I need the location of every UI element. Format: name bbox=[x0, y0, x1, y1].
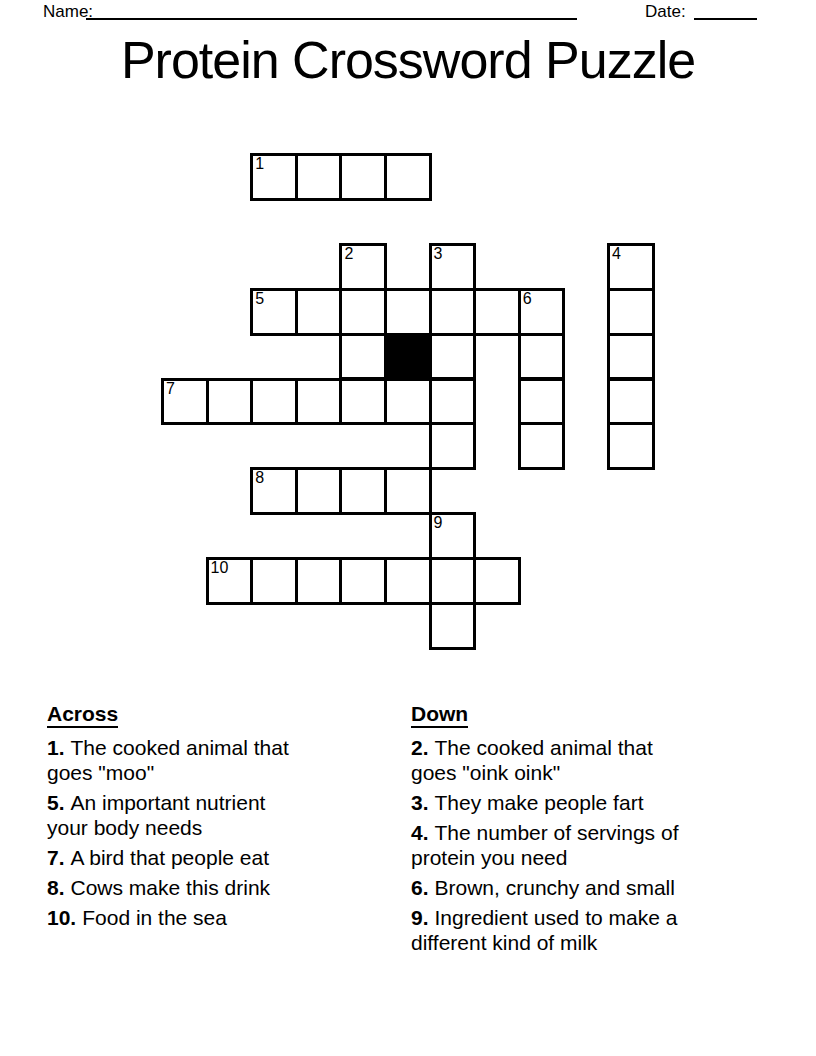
grid-cell[interactable]: 10 bbox=[206, 557, 254, 605]
down-heading: Down bbox=[411, 701, 791, 728]
cell-number: 6 bbox=[523, 290, 532, 308]
cell-number: 5 bbox=[255, 290, 264, 308]
clue-7-across: 7.A bird that people eat bbox=[47, 845, 387, 870]
grid-cell[interactable] bbox=[384, 557, 432, 605]
clue-5-across: 5.An important nutrient your body needs bbox=[47, 790, 387, 840]
across-heading: Across bbox=[47, 701, 387, 728]
clue-text: Cows make this drink bbox=[71, 876, 271, 899]
grid-cell[interactable] bbox=[607, 288, 655, 336]
cell-number: 7 bbox=[166, 380, 175, 398]
grid-cell[interactable] bbox=[339, 378, 387, 426]
grid-cell[interactable]: 2 bbox=[339, 243, 387, 291]
clue-4-down: 4.The number of servings of protein you … bbox=[411, 820, 791, 870]
grid-cell[interactable]: 7 bbox=[161, 378, 209, 426]
grid-cell[interactable] bbox=[607, 422, 655, 470]
grid-cell[interactable]: 8 bbox=[250, 467, 298, 515]
grid-cell[interactable] bbox=[607, 378, 655, 426]
grid-cell[interactable]: 5 bbox=[250, 288, 298, 336]
grid-cell[interactable]: 1 bbox=[250, 153, 298, 201]
grid-cell[interactable] bbox=[429, 557, 477, 605]
cell-number: 3 bbox=[434, 245, 443, 263]
grid-cell[interactable] bbox=[518, 378, 566, 426]
grid-cell[interactable] bbox=[339, 557, 387, 605]
grid-cell[interactable] bbox=[473, 288, 521, 336]
grid-cell[interactable] bbox=[607, 333, 655, 381]
clue-number: 2. bbox=[411, 736, 429, 759]
grid-cell[interactable] bbox=[518, 333, 566, 381]
grid-cell-black bbox=[384, 333, 432, 381]
grid-cell[interactable]: 6 bbox=[518, 288, 566, 336]
clue-10-across: 10.Food in the sea bbox=[47, 905, 387, 930]
cell-number: 8 bbox=[255, 469, 264, 487]
clue-text: Food in the sea bbox=[82, 906, 227, 929]
clue-text: An important nutrient your body needs bbox=[47, 791, 265, 839]
clue-text: Brown, crunchy and small bbox=[435, 876, 675, 899]
grid-cell[interactable] bbox=[429, 288, 477, 336]
grid-cell[interactable]: 9 bbox=[429, 512, 477, 560]
grid-cell[interactable] bbox=[473, 557, 521, 605]
clue-text: The number of servings of protein you ne… bbox=[411, 821, 678, 869]
grid-cell[interactable] bbox=[295, 288, 343, 336]
grid-cell[interactable] bbox=[339, 467, 387, 515]
worksheet-page: Name: Date: Protein Crossword Puzzle 123… bbox=[0, 0, 816, 1056]
clue-number: 3. bbox=[411, 791, 429, 814]
clue-number: 7. bbox=[47, 846, 65, 869]
clue-number: 8. bbox=[47, 876, 65, 899]
clue-text: The cooked animal that goes "moo" bbox=[47, 736, 289, 784]
grid-cell[interactable] bbox=[339, 288, 387, 336]
clue-2-down: 2.The cooked animal that goes "oink oink… bbox=[411, 735, 791, 785]
cell-number: 2 bbox=[344, 245, 353, 263]
clue-1-across: 1.The cooked animal that goes "moo" bbox=[47, 735, 387, 785]
down-clues: Down 2.The cooked animal that goes "oink… bbox=[411, 701, 791, 960]
clue-number: 4. bbox=[411, 821, 429, 844]
grid-cell[interactable] bbox=[250, 557, 298, 605]
clue-text: They make people fart bbox=[435, 791, 644, 814]
cell-number: 9 bbox=[434, 514, 443, 532]
grid-cell[interactable] bbox=[429, 602, 477, 650]
clue-number: 5. bbox=[47, 791, 65, 814]
grid-cell[interactable] bbox=[518, 422, 566, 470]
grid-cell[interactable]: 4 bbox=[607, 243, 655, 291]
grid-cell[interactable] bbox=[295, 557, 343, 605]
grid-cell[interactable]: 3 bbox=[429, 243, 477, 291]
clue-6-down: 6.Brown, crunchy and small bbox=[411, 875, 791, 900]
clue-text: A bird that people eat bbox=[71, 846, 270, 869]
grid-cell[interactable] bbox=[384, 378, 432, 426]
grid-cell[interactable] bbox=[250, 378, 298, 426]
grid-cell[interactable] bbox=[295, 153, 343, 201]
clue-text: Ingredient used to make a different kind… bbox=[411, 906, 677, 954]
clue-number: 9. bbox=[411, 906, 429, 929]
cell-number: 4 bbox=[612, 245, 621, 263]
clue-9-down: 9.Ingredient used to make a different ki… bbox=[411, 905, 791, 955]
grid-cell[interactable] bbox=[384, 153, 432, 201]
cell-number: 10 bbox=[211, 559, 229, 577]
crossword-grid: 12345678910 bbox=[0, 0, 816, 700]
grid-cell[interactable] bbox=[429, 333, 477, 381]
cell-number: 1 bbox=[255, 155, 264, 173]
grid-cell[interactable] bbox=[339, 333, 387, 381]
grid-cell[interactable] bbox=[384, 288, 432, 336]
grid-cell[interactable] bbox=[429, 422, 477, 470]
clue-number: 6. bbox=[411, 876, 429, 899]
grid-cell[interactable] bbox=[206, 378, 254, 426]
clue-text: The cooked animal that goes "oink oink" bbox=[411, 736, 653, 784]
clue-number: 1. bbox=[47, 736, 65, 759]
grid-cell[interactable] bbox=[384, 467, 432, 515]
clue-number: 10. bbox=[47, 906, 76, 929]
clue-3-down: 3.They make people fart bbox=[411, 790, 791, 815]
grid-cell[interactable] bbox=[295, 378, 343, 426]
across-clues: Across 1.The cooked animal that goes "mo… bbox=[47, 701, 387, 935]
clue-8-across: 8.Cows make this drink bbox=[47, 875, 387, 900]
grid-cell[interactable] bbox=[429, 378, 477, 426]
grid-cell[interactable] bbox=[339, 153, 387, 201]
grid-cell[interactable] bbox=[295, 467, 343, 515]
